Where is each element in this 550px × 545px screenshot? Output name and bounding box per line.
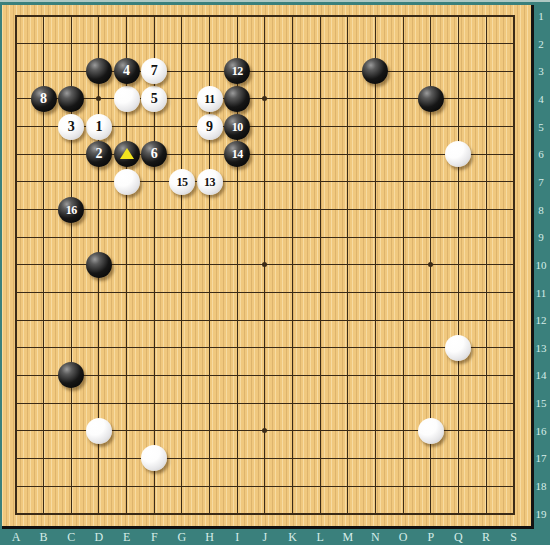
coord-label-row-15: 15 — [533, 396, 549, 410]
grid-line-h-16 — [15, 458, 515, 459]
coord-label-col-S: S — [505, 529, 523, 545]
move-number-16: 16 — [58, 197, 84, 223]
coord-label-col-A: A — [7, 529, 25, 545]
coord-label-col-C: C — [62, 529, 80, 545]
stone-white-Q13[interactable] — [445, 335, 471, 361]
coord-label-row-3: 3 — [533, 64, 549, 78]
coord-label-row-6: 6 — [533, 147, 549, 161]
coord-label-col-Q: Q — [449, 529, 467, 545]
stone-black-E3[interactable]: 4 — [114, 58, 140, 84]
go-board[interactable]: 12345678910111213141516 — [2, 5, 534, 529]
grid-line-v-18 — [513, 15, 515, 515]
coord-label-row-18: 18 — [533, 479, 549, 493]
stone-white-D5[interactable]: 1 — [86, 114, 112, 140]
move-number-3: 3 — [58, 114, 84, 140]
move-number-11: 11 — [197, 86, 223, 112]
star-point-D4 — [96, 96, 101, 101]
coord-label-col-P: P — [422, 529, 440, 545]
coord-label-row-17: 17 — [533, 451, 549, 465]
top-edge-highlight — [0, 0, 550, 2]
star-point-J10 — [262, 262, 267, 267]
coord-label-col-N: N — [366, 529, 384, 545]
coord-label-row-10: 10 — [533, 258, 549, 272]
grid-line-v-17 — [486, 15, 487, 515]
coord-label-col-L: L — [311, 529, 329, 545]
triangle-marker — [120, 148, 134, 159]
stone-white-F17[interactable] — [141, 445, 167, 471]
grid-line-h-14 — [15, 403, 515, 404]
star-point-J16 — [262, 428, 267, 433]
stone-white-E7[interactable] — [114, 169, 140, 195]
go-diagram-screen: 12345678910111213141516 ABCDEFGHIJKLMNOP… — [0, 0, 550, 545]
grid-line-v-13 — [375, 15, 376, 515]
move-number-4: 4 — [114, 58, 140, 84]
stone-black-C14[interactable] — [58, 362, 84, 388]
stone-black-I4[interactable] — [224, 86, 250, 112]
grid-line-v-14 — [403, 15, 404, 515]
coord-label-row-7: 7 — [533, 175, 549, 189]
coord-label-row-12: 12 — [533, 313, 549, 327]
coord-label-row-13: 13 — [533, 341, 549, 355]
stone-white-D16[interactable] — [86, 418, 112, 444]
move-number-6: 6 — [141, 141, 167, 167]
stone-black-C4[interactable] — [58, 86, 84, 112]
stone-white-G7[interactable]: 15 — [169, 169, 195, 195]
move-number-2: 2 — [86, 141, 112, 167]
grid-line-v-10 — [292, 15, 293, 515]
coord-label-row-19: 19 — [533, 507, 549, 521]
move-number-12: 12 — [224, 58, 250, 84]
stone-black-D6[interactable]: 2 — [86, 141, 112, 167]
grid-line-h-11 — [15, 320, 515, 321]
coord-label-col-G: G — [173, 529, 191, 545]
move-number-1: 1 — [86, 114, 112, 140]
grid-line-h-17 — [15, 486, 515, 487]
coord-label-row-2: 2 — [533, 37, 549, 51]
coord-label-row-16: 16 — [533, 424, 549, 438]
grid-line-v-16 — [458, 15, 459, 515]
coord-label-col-K: K — [284, 529, 302, 545]
move-number-10: 10 — [224, 114, 250, 140]
stone-white-C5[interactable]: 3 — [58, 114, 84, 140]
stone-black-D10[interactable] — [86, 252, 112, 278]
move-number-5: 5 — [141, 86, 167, 112]
move-number-15: 15 — [169, 169, 195, 195]
grid-line-h-10 — [15, 292, 515, 293]
coord-label-row-14: 14 — [533, 368, 549, 382]
move-number-8: 8 — [31, 86, 57, 112]
stone-black-N3[interactable] — [362, 58, 388, 84]
coord-label-col-J: J — [256, 529, 274, 545]
stone-white-F3[interactable]: 7 — [141, 58, 167, 84]
stone-black-D3[interactable] — [86, 58, 112, 84]
move-number-9: 9 — [197, 114, 223, 140]
move-number-14: 14 — [224, 141, 250, 167]
stone-black-F6[interactable]: 6 — [141, 141, 167, 167]
stone-black-I6[interactable]: 14 — [224, 141, 250, 167]
coord-label-col-B: B — [35, 529, 53, 545]
stone-black-C8[interactable]: 16 — [58, 197, 84, 223]
coord-label-col-E: E — [118, 529, 136, 545]
stone-white-H7[interactable]: 13 — [197, 169, 223, 195]
coord-label-col-M: M — [339, 529, 357, 545]
coord-label-row-1: 1 — [533, 9, 549, 23]
stone-white-Q6[interactable] — [445, 141, 471, 167]
grid-line-v-11 — [320, 15, 321, 515]
coord-label-col-O: O — [394, 529, 412, 545]
coord-label-col-D: D — [90, 529, 108, 545]
coord-label-col-F: F — [145, 529, 163, 545]
stone-white-H4[interactable]: 11 — [197, 86, 223, 112]
stone-black-I3[interactable]: 12 — [224, 58, 250, 84]
coord-label-row-4: 4 — [533, 92, 549, 106]
grid-line-h-13 — [15, 375, 515, 376]
grid-line-h-18 — [15, 513, 515, 515]
grid-line-h-12 — [15, 347, 515, 348]
coord-label-row-8: 8 — [533, 203, 549, 217]
move-number-7: 7 — [141, 58, 167, 84]
stone-black-B4[interactable]: 8 — [31, 86, 57, 112]
star-point-P10 — [428, 262, 433, 267]
move-number-13: 13 — [197, 169, 223, 195]
grid-line-v-12 — [347, 15, 348, 515]
coord-label-row-9: 9 — [533, 230, 549, 244]
stone-white-E4[interactable] — [114, 86, 140, 112]
stone-black-E6[interactable] — [114, 141, 140, 167]
coord-label-row-5: 5 — [533, 120, 549, 134]
star-point-J4 — [262, 96, 267, 101]
coord-label-col-I: I — [228, 529, 246, 545]
coord-label-col-R: R — [477, 529, 495, 545]
stone-white-F4[interactable]: 5 — [141, 86, 167, 112]
stone-black-I5[interactable]: 10 — [224, 114, 250, 140]
coord-label-col-H: H — [201, 529, 219, 545]
stone-white-H5[interactable]: 9 — [197, 114, 223, 140]
stone-black-P4[interactable] — [418, 86, 444, 112]
stone-white-P16[interactable] — [418, 418, 444, 444]
coord-label-row-11: 11 — [533, 286, 549, 300]
